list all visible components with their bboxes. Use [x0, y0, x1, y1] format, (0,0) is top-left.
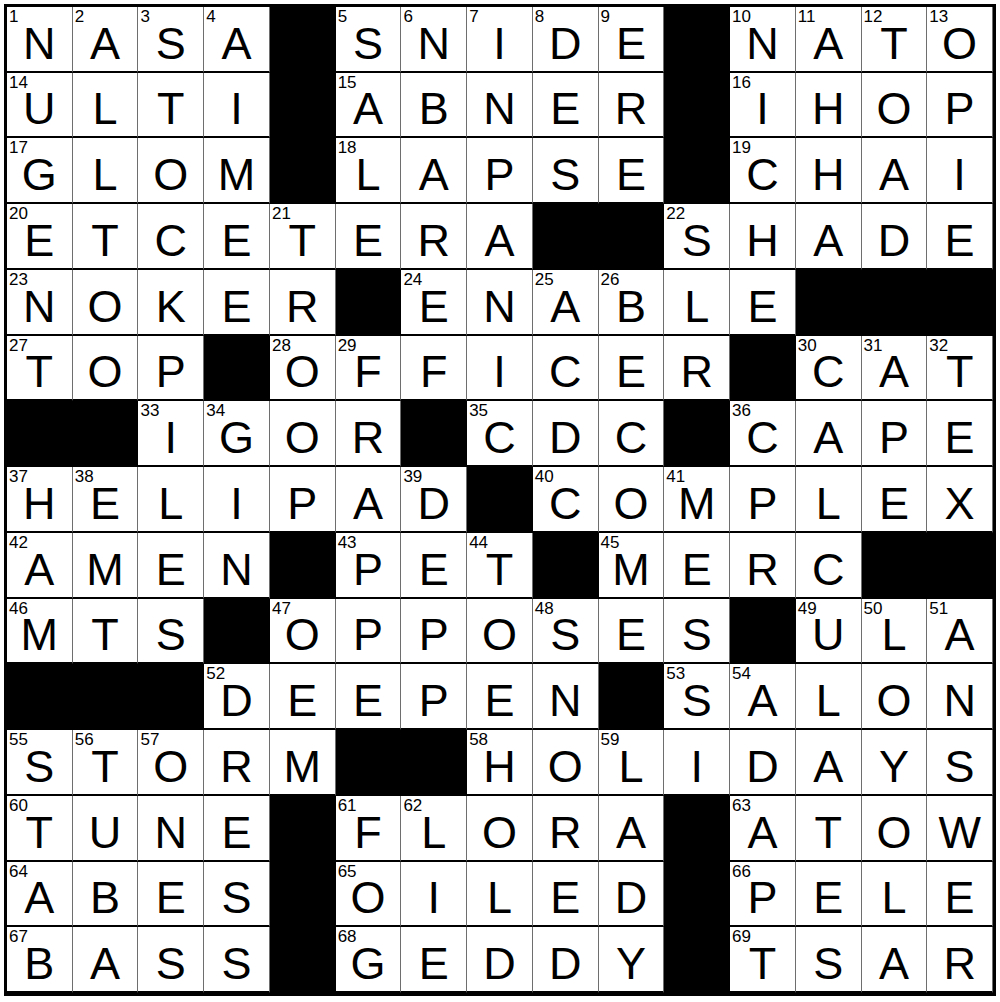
- grid-cell-r13c8[interactable]: O: [467, 796, 533, 862]
- grid-cell-r5c4[interactable]: E: [204, 270, 270, 336]
- cell-letter: N: [401, 21, 466, 66]
- grid-cell-r14c4[interactable]: S: [204, 862, 270, 928]
- grid-cell-r13c6[interactable]: 61F: [336, 796, 402, 862]
- grid-cell-r4c15[interactable]: E: [927, 204, 993, 270]
- grid-cell-r5c3[interactable]: K: [138, 270, 204, 336]
- cell-letter: D: [533, 415, 598, 460]
- grid-cell-r7c15[interactable]: E: [927, 401, 993, 467]
- grid-cell-r5c9[interactable]: 25A: [533, 270, 599, 336]
- grid-cell-r6c14[interactable]: 31A: [862, 336, 928, 402]
- grid-cell-r4c14[interactable]: D: [862, 204, 928, 270]
- grid-cell-r7c3[interactable]: 33I: [138, 401, 204, 467]
- cell-letter: M: [7, 612, 72, 657]
- grid-cell-r8c2[interactable]: 38E: [73, 467, 139, 533]
- cell-letter: O: [270, 349, 335, 394]
- grid-cell-r14c14[interactable]: L: [862, 862, 928, 928]
- black-cell-r7c2: [73, 401, 139, 467]
- grid-cell-r11c14[interactable]: O: [862, 664, 928, 730]
- black-cell-r14c11: [664, 862, 730, 928]
- grid-cell-r13c4[interactable]: E: [204, 796, 270, 862]
- grid-cell-r4c3[interactable]: C: [138, 204, 204, 270]
- grid-cell-r14c3[interactable]: E: [138, 862, 204, 928]
- grid-cell-r7c12[interactable]: 36C: [730, 401, 796, 467]
- black-cell-r13c5: [270, 796, 336, 862]
- grid-cell-r9c2[interactable]: M: [73, 533, 139, 599]
- grid-cell-r7c9[interactable]: D: [533, 401, 599, 467]
- grid-cell-r12c3[interactable]: 57O: [138, 730, 204, 796]
- black-cell-r2c11: [664, 73, 730, 139]
- cell-letter: N: [467, 86, 532, 131]
- grid-cell-r12c12[interactable]: D: [730, 730, 796, 796]
- cell-letter: L: [73, 152, 138, 197]
- grid-cell-r9c1[interactable]: 42A: [7, 533, 73, 599]
- cell-letter: E: [204, 810, 269, 855]
- cell-letter: S: [664, 218, 729, 263]
- cell-letter: A: [401, 152, 466, 197]
- grid-cell-r1c6[interactable]: 5S: [336, 7, 402, 73]
- grid-cell-r2c2[interactable]: L: [73, 73, 139, 139]
- cell-letter: Y: [599, 941, 664, 986]
- grid-cell-r4c8[interactable]: A: [467, 204, 533, 270]
- cell-letter: S: [138, 612, 203, 657]
- grid-cell-r12c11[interactable]: I: [664, 730, 730, 796]
- grid-cell-r15c2[interactable]: A: [73, 927, 139, 993]
- cell-letter: I: [730, 86, 795, 131]
- grid-cell-r12c10[interactable]: 59L: [599, 730, 665, 796]
- grid-cell-r10c14[interactable]: 50L: [862, 599, 928, 665]
- grid-cell-r15c9[interactable]: D: [533, 927, 599, 993]
- cell-letter: S: [927, 744, 992, 789]
- grid-cell-r15c14[interactable]: A: [862, 927, 928, 993]
- grid-cell-r12c4[interactable]: R: [204, 730, 270, 796]
- grid-cell-r3c15[interactable]: I: [927, 138, 993, 204]
- grid-cell-r4c11[interactable]: 22S: [664, 204, 730, 270]
- grid-cell-r4c5[interactable]: 21T: [270, 204, 336, 270]
- grid-cell-r15c6[interactable]: 68G: [336, 927, 402, 993]
- grid-cell-r6c6[interactable]: 29F: [336, 336, 402, 402]
- grid-cell-r11c9[interactable]: N: [533, 664, 599, 730]
- cell-letter: L: [336, 152, 401, 197]
- grid-cell-r2c12[interactable]: 16I: [730, 73, 796, 139]
- grid-cell-r2c3[interactable]: T: [138, 73, 204, 139]
- grid-cell-r8c6[interactable]: A: [336, 467, 402, 533]
- grid-cell-r6c9[interactable]: C: [533, 336, 599, 402]
- grid-cell-r15c12[interactable]: 69T: [730, 927, 796, 993]
- grid-cell-r6c2[interactable]: O: [73, 336, 139, 402]
- grid-cell-r9c3[interactable]: E: [138, 533, 204, 599]
- black-cell-r2c5: [270, 73, 336, 139]
- grid-cell-r13c9[interactable]: R: [533, 796, 599, 862]
- grid-cell-r11c6[interactable]: E: [336, 664, 402, 730]
- grid-cell-r6c13[interactable]: 30C: [796, 336, 862, 402]
- cell-letter: O: [862, 86, 927, 131]
- grid-cell-r9c12[interactable]: R: [730, 533, 796, 599]
- grid-cell-r8c12[interactable]: P: [730, 467, 796, 533]
- grid-cell-r10c9[interactable]: 48S: [533, 599, 599, 665]
- cell-letter: L: [401, 810, 466, 855]
- cell-letter: R: [927, 941, 992, 986]
- cell-letter: X: [927, 481, 992, 526]
- grid-cell-r8c11[interactable]: 41M: [664, 467, 730, 533]
- grid-cell-r8c1[interactable]: 37H: [7, 467, 73, 533]
- grid-cell-r13c13[interactable]: T: [796, 796, 862, 862]
- cell-letter: E: [599, 349, 664, 394]
- grid-cell-r14c10[interactable]: D: [599, 862, 665, 928]
- cell-letter: E: [467, 678, 532, 723]
- grid-cell-r12c14[interactable]: Y: [862, 730, 928, 796]
- grid-cell-r2c9[interactable]: E: [533, 73, 599, 139]
- grid-cell-r9c4[interactable]: N: [204, 533, 270, 599]
- cell-letter: A: [73, 21, 138, 66]
- grid-cell-r12c1[interactable]: 55S: [7, 730, 73, 796]
- black-cell-r15c5: [270, 927, 336, 993]
- cell-letter: O: [138, 152, 203, 197]
- grid-cell-r3c3[interactable]: O: [138, 138, 204, 204]
- cell-letter: F: [336, 349, 401, 394]
- cell-letter: A: [533, 284, 598, 329]
- grid-cell-r4c6[interactable]: E: [336, 204, 402, 270]
- cell-letter: T: [467, 547, 532, 592]
- cell-letter: D: [533, 941, 598, 986]
- cell-letter: T: [7, 349, 72, 394]
- grid-cell-r3c7[interactable]: A: [401, 138, 467, 204]
- grid-cell-r14c13[interactable]: E: [796, 862, 862, 928]
- cell-letter: O: [270, 612, 335, 657]
- grid-cell-r7c5[interactable]: O: [270, 401, 336, 467]
- grid-cell-r11c8[interactable]: E: [467, 664, 533, 730]
- grid-cell-r2c15[interactable]: P: [927, 73, 993, 139]
- cell-letter: E: [270, 678, 335, 723]
- grid-cell-r13c7[interactable]: 62L: [401, 796, 467, 862]
- grid-cell-r10c10[interactable]: E: [599, 599, 665, 665]
- grid-cell-r15c4[interactable]: S: [204, 927, 270, 993]
- grid-cell-r5c8[interactable]: N: [467, 270, 533, 336]
- grid-cell-r6c7[interactable]: F: [401, 336, 467, 402]
- cell-letter: O: [138, 744, 203, 789]
- grid-cell-r3c1[interactable]: 17G: [7, 138, 73, 204]
- cell-letter: S: [7, 744, 72, 789]
- grid-cell-r15c3[interactable]: S: [138, 927, 204, 993]
- grid-cell-r10c6[interactable]: P: [336, 599, 402, 665]
- grid-cell-r12c9[interactable]: O: [533, 730, 599, 796]
- cell-letter: N: [7, 21, 72, 66]
- grid-cell-r14c12[interactable]: 66P: [730, 862, 796, 928]
- grid-cell-r2c13[interactable]: H: [796, 73, 862, 139]
- grid-cell-r8c4[interactable]: I: [204, 467, 270, 533]
- grid-cell-r2c6[interactable]: 15A: [336, 73, 402, 139]
- cell-letter: E: [138, 547, 203, 592]
- grid-cell-r12c15[interactable]: S: [927, 730, 993, 796]
- grid-cell-r3c8[interactable]: P: [467, 138, 533, 204]
- grid-cell-r1c9[interactable]: 8D: [533, 7, 599, 73]
- grid-cell-r14c7[interactable]: I: [401, 862, 467, 928]
- cell-letter: A: [796, 744, 861, 789]
- grid-cell-r14c8[interactable]: L: [467, 862, 533, 928]
- grid-cell-r6c8[interactable]: I: [467, 336, 533, 402]
- grid-cell-r13c14[interactable]: O: [862, 796, 928, 862]
- cell-letter: M: [73, 547, 138, 592]
- grid-cell-r1c4[interactable]: 4A: [204, 7, 270, 73]
- grid-cell-r3c4[interactable]: M: [204, 138, 270, 204]
- grid-cell-r6c3[interactable]: P: [138, 336, 204, 402]
- black-cell-r11c10: [599, 664, 665, 730]
- grid-cell-r1c7[interactable]: 6N: [401, 7, 467, 73]
- black-cell-r11c3: [138, 664, 204, 730]
- cell-letter: U: [73, 810, 138, 855]
- grid-cell-r14c2[interactable]: B: [73, 862, 139, 928]
- cell-letter: H: [467, 744, 532, 789]
- grid-cell-r8c14[interactable]: E: [862, 467, 928, 533]
- cell-letter: H: [796, 152, 861, 197]
- grid-cell-r9c13[interactable]: C: [796, 533, 862, 599]
- grid-cell-r8c10[interactable]: O: [599, 467, 665, 533]
- grid-cell-r1c10[interactable]: 9E: [599, 7, 665, 73]
- grid-cell-r3c10[interactable]: E: [599, 138, 665, 204]
- cell-letter: E: [336, 678, 401, 723]
- cell-letter: S: [336, 21, 401, 66]
- black-cell-r12c6: [336, 730, 402, 796]
- grid-cell-r10c2[interactable]: T: [73, 599, 139, 665]
- grid-cell-r7c8[interactable]: 35C: [467, 401, 533, 467]
- cell-letter: M: [599, 547, 664, 592]
- grid-cell-r14c1[interactable]: 64A: [7, 862, 73, 928]
- cell-letter: I: [204, 86, 269, 131]
- cell-letter: S: [664, 678, 729, 723]
- cell-letter: A: [927, 612, 992, 657]
- grid-cell-r8c3[interactable]: L: [138, 467, 204, 533]
- grid-cell-r9c6[interactable]: 43P: [336, 533, 402, 599]
- grid-cell-r11c5[interactable]: E: [270, 664, 336, 730]
- cell-letter: W: [927, 810, 992, 855]
- cell-letter: T: [270, 218, 335, 263]
- cell-letter: P: [336, 547, 401, 592]
- cell-letter: C: [730, 152, 795, 197]
- grid-cell-r10c1[interactable]: 46M: [7, 599, 73, 665]
- cell-letter: F: [336, 810, 401, 855]
- grid-cell-r3c14[interactable]: A: [862, 138, 928, 204]
- grid-cell-r12c13[interactable]: A: [796, 730, 862, 796]
- grid-cell-r4c2[interactable]: T: [73, 204, 139, 270]
- grid-cell-r11c7[interactable]: P: [401, 664, 467, 730]
- cell-letter: M: [270, 744, 335, 789]
- cell-letter: D: [533, 21, 598, 66]
- grid-cell-r6c15[interactable]: 32T: [927, 336, 993, 402]
- cell-letter: A: [336, 86, 401, 131]
- grid-cell-r7c6[interactable]: R: [336, 401, 402, 467]
- grid-cell-r15c7[interactable]: E: [401, 927, 467, 993]
- cell-letter: C: [730, 415, 795, 460]
- grid-cell-r5c12[interactable]: E: [730, 270, 796, 336]
- grid-cell-r3c13[interactable]: H: [796, 138, 862, 204]
- grid-cell-r10c5[interactable]: 47O: [270, 599, 336, 665]
- cell-letter: P: [862, 415, 927, 460]
- grid-cell-r6c1[interactable]: 27T: [7, 336, 73, 402]
- cell-letter: A: [862, 349, 927, 394]
- grid-cell-r13c10[interactable]: A: [599, 796, 665, 862]
- cell-letter: A: [467, 218, 532, 263]
- grid-cell-r4c1[interactable]: 20E: [7, 204, 73, 270]
- cell-letter: A: [862, 152, 927, 197]
- grid-cell-r1c15[interactable]: 13O: [927, 7, 993, 73]
- grid-cell-r15c10[interactable]: Y: [599, 927, 665, 993]
- grid-cell-r10c13[interactable]: 49U: [796, 599, 862, 665]
- cell-letter: S: [138, 941, 203, 986]
- grid-cell-r2c1[interactable]: 14U: [7, 73, 73, 139]
- grid-cell-r13c2[interactable]: U: [73, 796, 139, 862]
- grid-cell-r5c7[interactable]: 24E: [401, 270, 467, 336]
- grid-cell-r8c7[interactable]: 39D: [401, 467, 467, 533]
- grid-cell-r10c11[interactable]: S: [664, 599, 730, 665]
- cell-letter: I: [664, 744, 729, 789]
- grid-cell-r9c8[interactable]: 44T: [467, 533, 533, 599]
- grid-cell-r13c15[interactable]: W: [927, 796, 993, 862]
- grid-cell-r4c7[interactable]: R: [401, 204, 467, 270]
- grid-cell-r1c2[interactable]: 2A: [73, 7, 139, 73]
- cell-letter: G: [7, 152, 72, 197]
- grid-cell-r14c15[interactable]: E: [927, 862, 993, 928]
- grid-cell-r9c10[interactable]: 45M: [599, 533, 665, 599]
- grid-cell-r15c13[interactable]: S: [796, 927, 862, 993]
- grid-cell-r7c14[interactable]: P: [862, 401, 928, 467]
- grid-cell-r11c12[interactable]: 54A: [730, 664, 796, 730]
- black-cell-r13c11: [664, 796, 730, 862]
- grid-cell-r1c14[interactable]: 12T: [862, 7, 928, 73]
- cell-letter: G: [204, 415, 269, 460]
- cell-letter: O: [862, 678, 927, 723]
- grid-cell-r13c1[interactable]: 60T: [7, 796, 73, 862]
- cell-letter: A: [862, 941, 927, 986]
- cell-letter: R: [664, 349, 729, 394]
- cell-letter: P: [730, 875, 795, 920]
- cell-letter: E: [401, 284, 466, 329]
- grid-cell-r4c13[interactable]: A: [796, 204, 862, 270]
- grid-cell-r14c6[interactable]: 65O: [336, 862, 402, 928]
- grid-cell-r3c2[interactable]: L: [73, 138, 139, 204]
- grid-cell-r4c4[interactable]: E: [204, 204, 270, 270]
- cell-letter: O: [533, 744, 598, 789]
- grid-cell-r13c3[interactable]: N: [138, 796, 204, 862]
- cell-letter: L: [467, 875, 532, 920]
- grid-cell-r6c11[interactable]: R: [664, 336, 730, 402]
- cell-letter: C: [533, 481, 598, 526]
- grid-cell-r3c12[interactable]: 19C: [730, 138, 796, 204]
- cell-letter: E: [599, 21, 664, 66]
- grid-cell-r11c4[interactable]: 52D: [204, 664, 270, 730]
- grid-cell-r10c3[interactable]: S: [138, 599, 204, 665]
- grid-cell-r1c13[interactable]: 11A: [796, 7, 862, 73]
- grid-cell-r1c8[interactable]: 7I: [467, 7, 533, 73]
- grid-cell-r8c9[interactable]: 40C: [533, 467, 599, 533]
- grid-cell-r2c14[interactable]: O: [862, 73, 928, 139]
- grid-cell-r7c10[interactable]: C: [599, 401, 665, 467]
- cell-letter: L: [138, 481, 203, 526]
- cell-letter: A: [599, 810, 664, 855]
- cell-letter: T: [730, 941, 795, 986]
- grid-cell-r2c10[interactable]: R: [599, 73, 665, 139]
- grid-cell-r8c15[interactable]: X: [927, 467, 993, 533]
- cell-letter: T: [73, 218, 138, 263]
- grid-cell-r1c3[interactable]: 3S: [138, 7, 204, 73]
- cell-letter: E: [138, 875, 203, 920]
- black-cell-r9c14: [862, 533, 928, 599]
- black-cell-r1c5: [270, 7, 336, 73]
- grid-cell-r11c13[interactable]: L: [796, 664, 862, 730]
- grid-cell-r10c8[interactable]: O: [467, 599, 533, 665]
- grid-cell-r7c13[interactable]: A: [796, 401, 862, 467]
- grid-cell-r3c9[interactable]: S: [533, 138, 599, 204]
- cell-letter: A: [204, 21, 269, 66]
- grid-cell-r1c12[interactable]: 10N: [730, 7, 796, 73]
- cell-letter: D: [862, 218, 927, 263]
- cell-letter: P: [336, 612, 401, 657]
- cell-letter: O: [599, 481, 664, 526]
- cell-letter: U: [7, 86, 72, 131]
- grid-cell-r11c11[interactable]: 53S: [664, 664, 730, 730]
- cell-letter: R: [270, 284, 335, 329]
- grid-cell-r5c5[interactable]: R: [270, 270, 336, 336]
- grid-cell-r11c15[interactable]: N: [927, 664, 993, 730]
- cell-letter: I: [467, 349, 532, 394]
- grid-cell-r15c15[interactable]: R: [927, 927, 993, 993]
- grid-cell-r2c7[interactable]: B: [401, 73, 467, 139]
- grid-cell-r15c8[interactable]: D: [467, 927, 533, 993]
- grid-cell-r10c7[interactable]: P: [401, 599, 467, 665]
- grid-cell-r2c8[interactable]: N: [467, 73, 533, 139]
- cell-letter: O: [862, 810, 927, 855]
- grid-cell-r9c11[interactable]: E: [664, 533, 730, 599]
- cell-letter: P: [401, 678, 466, 723]
- grid-cell-r6c10[interactable]: E: [599, 336, 665, 402]
- cell-letter: S: [204, 875, 269, 920]
- grid-cell-r14c9[interactable]: E: [533, 862, 599, 928]
- grid-cell-r10c15[interactable]: 51A: [927, 599, 993, 665]
- grid-cell-r4c12[interactable]: H: [730, 204, 796, 270]
- cell-letter: T: [73, 744, 138, 789]
- cell-letter: L: [862, 612, 927, 657]
- grid-cell-r5c11[interactable]: L: [664, 270, 730, 336]
- cell-letter: P: [138, 349, 203, 394]
- grid-cell-r5c1[interactable]: 23N: [7, 270, 73, 336]
- grid-cell-r5c10[interactable]: 26B: [599, 270, 665, 336]
- cell-letter: O: [467, 810, 532, 855]
- cell-letter: E: [204, 218, 269, 263]
- grid-cell-r6c5[interactable]: 28O: [270, 336, 336, 402]
- cell-letter: N: [204, 547, 269, 592]
- grid-cell-r5c2[interactable]: O: [73, 270, 139, 336]
- black-cell-r7c1: [7, 401, 73, 467]
- grid-cell-r7c4[interactable]: 34G: [204, 401, 270, 467]
- grid-cell-r8c13[interactable]: L: [796, 467, 862, 533]
- grid-cell-r9c7[interactable]: E: [401, 533, 467, 599]
- grid-cell-r15c1[interactable]: 67B: [7, 927, 73, 993]
- grid-cell-r2c4[interactable]: I: [204, 73, 270, 139]
- black-cell-r5c14: [862, 270, 928, 336]
- grid-cell-r12c2[interactable]: 56T: [73, 730, 139, 796]
- grid-cell-r13c12[interactable]: 63A: [730, 796, 796, 862]
- cell-letter: E: [401, 547, 466, 592]
- black-cell-r6c12: [730, 336, 796, 402]
- grid-cell-r8c5[interactable]: P: [270, 467, 336, 533]
- grid-cell-r1c1[interactable]: 1N: [7, 7, 73, 73]
- cell-letter: H: [796, 86, 861, 131]
- grid-cell-r12c5[interactable]: M: [270, 730, 336, 796]
- grid-cell-r12c8[interactable]: 58H: [467, 730, 533, 796]
- cell-letter: E: [401, 941, 466, 986]
- cell-letter: O: [73, 284, 138, 329]
- cell-letter: A: [336, 481, 401, 526]
- cell-letter: S: [796, 941, 861, 986]
- grid-cell-r3c6[interactable]: 18L: [336, 138, 402, 204]
